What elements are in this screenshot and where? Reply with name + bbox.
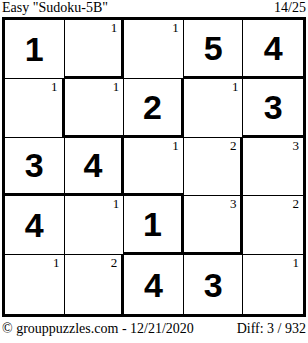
hint-number: 1 [51,79,58,94]
cell-r1c2: 2 [124,79,184,138]
given-digit: 3 [204,268,223,302]
cell-r2c3[interactable]: 2 [184,138,244,197]
given-digit: 3 [25,148,44,182]
given-digit: 2 [143,90,162,124]
cell-r1c0[interactable]: 1 [5,79,65,138]
given-digit: 5 [204,31,223,65]
hint-number: 1 [113,79,120,94]
hint-number: 1 [53,255,60,270]
cell-r4c4[interactable]: 1 [243,255,303,314]
hint-number: 1 [172,138,179,153]
cell-r1c1[interactable]: 1 [65,79,125,138]
hint-number: 3 [230,196,237,211]
hint-number: 1 [292,255,299,270]
cell-r0c1[interactable]: 1 [65,20,125,79]
given-digit: 3 [264,90,283,124]
given-digit: 4 [25,208,44,242]
cell-r3c4[interactable]: 2 [243,196,303,255]
hint-number: 1 [232,79,239,94]
cell-r3c3[interactable]: 3 [184,196,244,255]
cell-r4c1[interactable]: 2 [65,255,125,314]
copyright-credit: © grouppuzzles.com - 12/21/2020 [2,321,194,337]
cell-r0c4: 4 [243,20,303,79]
cell-r4c0[interactable]: 1 [5,255,65,314]
cell-r1c3[interactable]: 1 [184,79,244,138]
cell-r2c1: 4 [65,138,125,197]
footer: © grouppuzzles.com - 12/21/2020 Diff: 3 … [0,317,308,337]
cell-r0c0: 1 [5,20,65,79]
cell-r4c2: 4 [124,255,184,314]
cell-r4c3: 3 [184,255,244,314]
hint-number: 2 [230,138,237,153]
empty-cell-counter: 14/25 [274,0,306,15]
cell-r2c4[interactable]: 3 [243,138,303,197]
cell-r2c0: 3 [5,138,65,197]
given-digit: 4 [83,148,102,182]
difficulty-label: Diff: 3 / 932 [237,321,306,337]
hint-number: 1 [113,196,120,211]
sudoku-board: 1115411213341234113212431 [2,17,306,317]
given-digit: 4 [264,31,283,65]
cell-r0c2[interactable]: 1 [124,20,184,79]
cell-r1c4: 3 [243,79,303,138]
hint-number: 2 [111,255,118,270]
hint-number: 2 [292,196,299,211]
hint-number: 1 [172,20,179,35]
puzzle-title: Easy "Sudoku-5B" [2,0,108,15]
cell-r3c0: 4 [5,196,65,255]
header: Easy "Sudoku-5B" 14/25 [0,0,308,17]
puzzle-page: Easy "Sudoku-5B" 14/25 11154112133412341… [0,0,308,343]
given-digit: 4 [144,268,163,302]
given-digit: 1 [143,207,162,241]
cell-r0c3: 5 [184,20,244,79]
cell-r2c2[interactable]: 1 [124,138,184,197]
cell-r3c2: 1 [124,196,184,255]
hint-number: 1 [111,20,118,35]
cell-r3c1[interactable]: 1 [65,196,125,255]
hint-number: 3 [292,138,299,153]
given-digit: 1 [25,32,44,66]
